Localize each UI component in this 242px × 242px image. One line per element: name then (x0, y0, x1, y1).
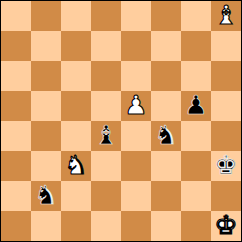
square-f2[interactable] (151, 181, 181, 211)
square-g5[interactable]: ♟ (181, 91, 211, 121)
square-d4[interactable]: ♝ (91, 121, 121, 151)
square-h5[interactable] (211, 91, 241, 121)
square-g3[interactable] (181, 151, 211, 181)
white-king-h1[interactable]: ♚ (214, 210, 237, 240)
square-d3[interactable] (91, 151, 121, 181)
square-b2[interactable]: ♞ (31, 181, 61, 211)
square-c2[interactable] (61, 181, 91, 211)
square-e7[interactable] (121, 31, 151, 61)
square-a3[interactable] (1, 151, 31, 181)
square-d8[interactable] (91, 1, 121, 31)
square-f6[interactable] (151, 61, 181, 91)
square-d5[interactable] (91, 91, 121, 121)
square-b6[interactable] (31, 61, 61, 91)
square-a8[interactable] (1, 1, 31, 31)
square-c7[interactable] (61, 31, 91, 61)
square-b4[interactable] (31, 121, 61, 151)
square-c4[interactable] (61, 121, 91, 151)
square-a6[interactable] (1, 61, 31, 91)
square-b5[interactable] (31, 91, 61, 121)
square-e2[interactable] (121, 181, 151, 211)
square-f7[interactable] (151, 31, 181, 61)
black-knight-b2[interactable]: ♞ (34, 180, 57, 210)
square-e8[interactable] (121, 1, 151, 31)
black-bishop-d4[interactable]: ♝ (94, 120, 117, 150)
square-b1[interactable] (31, 211, 61, 241)
square-g8[interactable] (181, 1, 211, 31)
square-h7[interactable] (211, 31, 241, 61)
square-g2[interactable] (181, 181, 211, 211)
square-f4[interactable]: ♞ (151, 121, 181, 151)
square-e3[interactable] (121, 151, 151, 181)
square-a5[interactable] (1, 91, 31, 121)
square-b3[interactable] (31, 151, 61, 181)
square-d2[interactable] (91, 181, 121, 211)
chess-board: ♝♟♟♝♞♞♚♞♚ (1, 1, 241, 241)
white-pawn-e5[interactable]: ♟ (124, 90, 147, 120)
white-knight-c3[interactable]: ♞ (64, 150, 87, 180)
square-e1[interactable] (121, 211, 151, 241)
square-b8[interactable] (31, 1, 61, 31)
square-g7[interactable] (181, 31, 211, 61)
white-bishop-h8[interactable]: ♝ (214, 0, 237, 30)
square-a7[interactable] (1, 31, 31, 61)
square-a2[interactable] (1, 181, 31, 211)
square-g4[interactable] (181, 121, 211, 151)
square-g6[interactable] (181, 61, 211, 91)
square-f5[interactable] (151, 91, 181, 121)
square-d7[interactable] (91, 31, 121, 61)
square-e6[interactable] (121, 61, 151, 91)
square-h3[interactable]: ♚ (211, 151, 241, 181)
square-c1[interactable] (61, 211, 91, 241)
square-f8[interactable] (151, 1, 181, 31)
square-h6[interactable] (211, 61, 241, 91)
chess-board-frame: ♝♟♟♝♞♞♚♞♚ (0, 0, 242, 242)
black-pawn-g5[interactable]: ♟ (184, 90, 207, 120)
square-c8[interactable] (61, 1, 91, 31)
square-a1[interactable] (1, 211, 31, 241)
square-f3[interactable] (151, 151, 181, 181)
square-c6[interactable] (61, 61, 91, 91)
square-f1[interactable] (151, 211, 181, 241)
square-g1[interactable] (181, 211, 211, 241)
black-king-h3[interactable]: ♚ (214, 150, 237, 180)
square-a4[interactable] (1, 121, 31, 151)
square-b7[interactable] (31, 31, 61, 61)
square-h2[interactable] (211, 181, 241, 211)
square-c3[interactable]: ♞ (61, 151, 91, 181)
square-h4[interactable] (211, 121, 241, 151)
square-h1[interactable]: ♚ (211, 211, 241, 241)
square-d1[interactable] (91, 211, 121, 241)
square-d6[interactable] (91, 61, 121, 91)
black-knight-f4[interactable]: ♞ (154, 120, 177, 150)
square-c5[interactable] (61, 91, 91, 121)
square-h8[interactable]: ♝ (211, 1, 241, 31)
square-e4[interactable] (121, 121, 151, 151)
square-e5[interactable]: ♟ (121, 91, 151, 121)
